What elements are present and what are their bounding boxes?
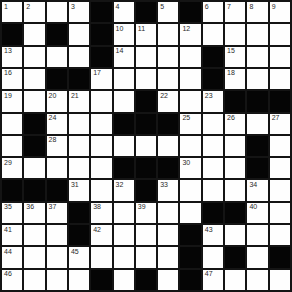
black-cell-r10c4 <box>69 203 89 223</box>
clue-number-23: 23 <box>205 92 213 100</box>
cell-r8c2[interactable] <box>24 158 44 178</box>
cell-r13c2[interactable] <box>24 270 44 290</box>
cell-r10c3[interactable]: 37 <box>47 203 67 223</box>
black-cell-r1c9 <box>180 2 200 22</box>
cell-r10c12[interactable]: 40 <box>247 203 267 223</box>
clue-number-17: 17 <box>93 69 101 77</box>
cell-r11c6[interactable] <box>114 225 134 245</box>
cell-r13c13[interactable] <box>270 270 290 290</box>
cell-r4c1[interactable]: 16 <box>2 69 22 89</box>
cell-r6c11[interactable]: 26 <box>225 114 245 134</box>
cell-r10c1[interactable]: 35 <box>2 203 22 223</box>
black-cell-r1c7 <box>136 2 156 22</box>
clue-number-3: 3 <box>71 3 75 11</box>
black-cell-r8c12 <box>247 158 267 178</box>
cell-r8c10[interactable] <box>203 158 223 178</box>
cell-r6c4[interactable] <box>69 114 89 134</box>
cell-r8c13[interactable] <box>270 158 290 178</box>
cell-r4c5[interactable]: 17 <box>91 69 111 89</box>
cell-r12c1[interactable]: 44 <box>2 247 22 267</box>
cell-r11c12[interactable] <box>247 225 267 245</box>
clue-number-26: 26 <box>227 114 235 122</box>
cell-r10c5[interactable]: 38 <box>91 203 111 223</box>
clue-number-14: 14 <box>116 47 124 55</box>
cell-r4c7[interactable] <box>136 69 156 89</box>
cell-r12c3[interactable] <box>47 247 67 267</box>
clue-number-35: 35 <box>4 203 12 211</box>
black-cell-r4c3 <box>47 69 67 89</box>
cell-r7c4[interactable] <box>69 136 89 156</box>
cell-r6c5[interactable] <box>91 114 111 134</box>
black-cell-r3c5 <box>91 47 111 67</box>
cell-r9c11[interactable] <box>225 180 245 200</box>
cell-r3c4[interactable] <box>69 47 89 67</box>
cell-r2c7[interactable]: 11 <box>136 24 156 44</box>
clue-number-21: 21 <box>71 92 79 100</box>
clue-number-1: 1 <box>4 3 8 11</box>
cell-r5c3[interactable]: 20 <box>47 91 67 111</box>
cell-r11c11[interactable] <box>225 225 245 245</box>
cell-r8c3[interactable] <box>47 158 67 178</box>
cell-r1c13[interactable]: 9 <box>270 2 290 22</box>
clue-number-7: 7 <box>227 3 231 11</box>
black-cell-r4c4 <box>69 69 89 89</box>
cell-r5c8[interactable]: 22 <box>158 91 178 111</box>
black-cell-r3c10 <box>203 47 223 67</box>
cell-r1c6[interactable]: 4 <box>114 2 134 22</box>
cell-r9c13[interactable] <box>270 180 290 200</box>
black-cell-r10c11 <box>225 203 245 223</box>
cell-r6c3[interactable]: 24 <box>47 114 67 134</box>
cell-r9c10[interactable] <box>203 180 223 200</box>
cell-r3c11[interactable]: 15 <box>225 47 245 67</box>
cell-r3c3[interactable] <box>47 47 67 67</box>
black-cell-r9c2 <box>24 180 44 200</box>
cell-r7c13[interactable] <box>270 136 290 156</box>
black-cell-r8c8 <box>158 158 178 178</box>
cell-r7c5[interactable] <box>91 136 111 156</box>
cell-r9c8[interactable]: 33 <box>158 180 178 200</box>
black-cell-r12c13 <box>270 247 290 267</box>
cell-r8c9[interactable]: 30 <box>180 158 200 178</box>
cell-r1c3[interactable] <box>47 2 67 22</box>
cell-r13c12[interactable] <box>247 270 267 290</box>
clue-number-18: 18 <box>227 69 235 77</box>
cell-r1c4[interactable]: 3 <box>69 2 89 22</box>
cell-r5c6[interactable] <box>114 91 134 111</box>
cell-r2c11[interactable] <box>225 24 245 44</box>
cell-r6c1[interactable] <box>2 114 22 134</box>
black-cell-r12c11 <box>225 247 245 267</box>
cell-r2c13[interactable] <box>270 24 290 44</box>
clue-number-40: 40 <box>249 203 257 211</box>
clue-number-29: 29 <box>4 159 12 167</box>
clue-number-19: 19 <box>4 92 12 100</box>
cell-r10c9[interactable] <box>180 203 200 223</box>
cell-r8c11[interactable] <box>225 158 245 178</box>
cell-r12c2[interactable] <box>24 247 44 267</box>
clue-number-6: 6 <box>205 3 209 11</box>
cell-r8c1[interactable]: 29 <box>2 158 22 178</box>
cell-r1c12[interactable]: 8 <box>247 2 267 22</box>
cell-r13c11[interactable] <box>225 270 245 290</box>
cell-r3c2[interactable] <box>24 47 44 67</box>
cell-r11c2[interactable] <box>24 225 44 245</box>
cell-r4c12[interactable] <box>247 69 267 89</box>
clue-number-45: 45 <box>71 248 79 256</box>
cell-r5c5[interactable] <box>91 91 111 111</box>
cell-r1c11[interactable]: 7 <box>225 2 245 22</box>
cell-r4c8[interactable] <box>158 69 178 89</box>
black-cell-r10c10 <box>203 203 223 223</box>
clue-number-2: 2 <box>26 3 30 11</box>
clue-number-10: 10 <box>116 25 124 33</box>
cell-r9c9[interactable] <box>180 180 200 200</box>
cell-r9c6[interactable]: 32 <box>114 180 134 200</box>
clue-number-24: 24 <box>49 114 57 122</box>
cell-r7c3[interactable]: 28 <box>47 136 67 156</box>
black-cell-r12c9 <box>180 247 200 267</box>
cell-r11c13[interactable] <box>270 225 290 245</box>
clue-number-47: 47 <box>205 270 213 278</box>
black-cell-r8c7 <box>136 158 156 178</box>
clue-number-22: 22 <box>160 92 168 100</box>
cell-r1c2[interactable]: 2 <box>24 2 44 22</box>
black-cell-r7c2 <box>24 136 44 156</box>
cell-r11c3[interactable] <box>47 225 67 245</box>
cell-r13c6[interactable] <box>114 270 134 290</box>
clue-number-16: 16 <box>4 69 12 77</box>
cell-r10c2[interactable]: 36 <box>24 203 44 223</box>
cell-r11c8[interactable] <box>158 225 178 245</box>
cell-r7c8[interactable] <box>158 136 178 156</box>
cell-r13c1[interactable]: 46 <box>2 270 22 290</box>
clue-number-28: 28 <box>49 136 57 144</box>
clue-number-37: 37 <box>49 203 57 211</box>
cell-r10c7[interactable]: 39 <box>136 203 156 223</box>
clue-number-44: 44 <box>4 248 12 256</box>
cell-r6c12[interactable] <box>247 114 267 134</box>
clue-number-5: 5 <box>160 3 164 11</box>
cell-r4c6[interactable] <box>114 69 134 89</box>
cell-r7c1[interactable] <box>2 136 22 156</box>
black-cell-r2c3 <box>47 24 67 44</box>
black-cell-r6c7 <box>136 114 156 134</box>
cell-r12c8[interactable] <box>158 247 178 267</box>
black-cell-r5c12 <box>247 91 267 111</box>
cell-r6c9[interactable]: 25 <box>180 114 200 134</box>
cell-r5c4[interactable]: 21 <box>69 91 89 111</box>
clue-number-15: 15 <box>227 47 235 55</box>
clue-number-43: 43 <box>205 226 213 234</box>
clue-number-46: 46 <box>4 270 12 278</box>
clue-number-27: 27 <box>272 114 280 122</box>
clue-number-32: 32 <box>116 181 124 189</box>
cell-r2c6[interactable]: 10 <box>114 24 134 44</box>
black-cell-r8c6 <box>114 158 134 178</box>
cell-r5c10[interactable]: 23 <box>203 91 223 111</box>
cell-r7c7[interactable] <box>136 136 156 156</box>
cell-r8c4[interactable] <box>69 158 89 178</box>
black-cell-r5c11 <box>225 91 245 111</box>
clue-number-25: 25 <box>182 114 190 122</box>
cell-r2c8[interactable] <box>158 24 178 44</box>
cell-r13c8[interactable] <box>158 270 178 290</box>
cell-r2c10[interactable] <box>203 24 223 44</box>
cell-r3c7[interactable] <box>136 47 156 67</box>
clue-number-42: 42 <box>93 226 101 234</box>
black-cell-r6c6 <box>114 114 134 134</box>
cell-r12c5[interactable] <box>91 247 111 267</box>
black-cell-r1c5 <box>91 2 111 22</box>
black-cell-r11c9 <box>180 225 200 245</box>
cell-r9c5[interactable] <box>91 180 111 200</box>
cell-r10c13[interactable] <box>270 203 290 223</box>
black-cell-r6c8 <box>158 114 178 134</box>
cell-r11c1[interactable]: 41 <box>2 225 22 245</box>
black-cell-r9c1 <box>2 180 22 200</box>
cell-r2c2[interactable] <box>24 24 44 44</box>
cell-r1c1[interactable]: 1 <box>2 2 22 22</box>
cell-r7c6[interactable] <box>114 136 134 156</box>
cell-r9c4[interactable]: 31 <box>69 180 89 200</box>
clue-number-31: 31 <box>71 181 79 189</box>
cell-r6c10[interactable] <box>203 114 223 134</box>
cell-r5c9[interactable] <box>180 91 200 111</box>
clue-number-4: 4 <box>116 3 120 11</box>
cell-r2c12[interactable] <box>247 24 267 44</box>
clue-number-20: 20 <box>49 92 57 100</box>
cell-r4c9[interactable] <box>180 69 200 89</box>
cell-r12c6[interactable] <box>114 247 134 267</box>
cell-r1c8[interactable]: 5 <box>158 2 178 22</box>
cell-r3c8[interactable] <box>158 47 178 67</box>
black-cell-r13c5 <box>91 270 111 290</box>
black-cell-r9c3 <box>47 180 67 200</box>
black-cell-r2c1 <box>2 24 22 44</box>
black-cell-r11c4 <box>69 225 89 245</box>
cell-r7c9[interactable] <box>180 136 200 156</box>
cell-r3c13[interactable] <box>270 47 290 67</box>
clue-number-12: 12 <box>182 25 190 33</box>
clue-number-13: 13 <box>4 47 12 55</box>
cell-r6c13[interactable]: 27 <box>270 114 290 134</box>
clue-number-33: 33 <box>160 181 168 189</box>
clue-number-38: 38 <box>93 203 101 211</box>
black-cell-r5c7 <box>136 91 156 111</box>
cell-r1c10[interactable]: 6 <box>203 2 223 22</box>
cell-r10c6[interactable] <box>114 203 134 223</box>
cell-r4c11[interactable]: 18 <box>225 69 245 89</box>
cell-r8c5[interactable] <box>91 158 111 178</box>
cell-r2c4[interactable] <box>69 24 89 44</box>
clue-number-34: 34 <box>249 181 257 189</box>
cell-r2c9[interactable]: 12 <box>180 24 200 44</box>
black-cell-r13c9 <box>180 270 200 290</box>
cell-r3c6[interactable]: 14 <box>114 47 134 67</box>
clue-number-8: 8 <box>249 3 253 11</box>
cell-r3c1[interactable]: 13 <box>2 47 22 67</box>
cell-r7c11[interactable] <box>225 136 245 156</box>
cell-r9c12[interactable]: 34 <box>247 180 267 200</box>
cell-r12c4[interactable]: 45 <box>69 247 89 267</box>
clue-number-41: 41 <box>4 226 12 234</box>
cell-r13c4[interactable] <box>69 270 89 290</box>
cell-r10c8[interactable] <box>158 203 178 223</box>
cell-r11c10[interactable]: 43 <box>203 225 223 245</box>
cell-r3c9[interactable] <box>180 47 200 67</box>
clue-number-36: 36 <box>26 203 34 211</box>
black-cell-r9c7 <box>136 180 156 200</box>
black-cell-r6c2 <box>24 114 44 134</box>
cell-r13c3[interactable] <box>47 270 67 290</box>
clue-number-39: 39 <box>138 203 146 211</box>
cell-r4c13[interactable] <box>270 69 290 89</box>
cell-r12c7[interactable] <box>136 247 156 267</box>
black-cell-r13c7 <box>136 270 156 290</box>
black-cell-r5c13 <box>270 91 290 111</box>
cell-r11c7[interactable] <box>136 225 156 245</box>
crossword-board: 1234567891011121314151617181920212223242… <box>0 0 292 292</box>
cell-r13c10[interactable]: 47 <box>203 270 223 290</box>
black-cell-r7c12 <box>247 136 267 156</box>
black-cell-r2c5 <box>91 24 111 44</box>
cell-r5c1[interactable]: 19 <box>2 91 22 111</box>
black-cell-r4c10 <box>203 69 223 89</box>
clue-number-9: 9 <box>272 3 276 11</box>
cell-r12c10[interactable] <box>203 247 223 267</box>
cell-r11c5[interactable]: 42 <box>91 225 111 245</box>
cell-r4c2[interactable] <box>24 69 44 89</box>
cell-r12c12[interactable] <box>247 247 267 267</box>
cell-r5c2[interactable] <box>24 91 44 111</box>
cell-r3c12[interactable] <box>247 47 267 67</box>
clue-number-11: 11 <box>138 25 145 33</box>
cell-r7c10[interactable] <box>203 136 223 156</box>
clue-number-30: 30 <box>182 159 190 167</box>
